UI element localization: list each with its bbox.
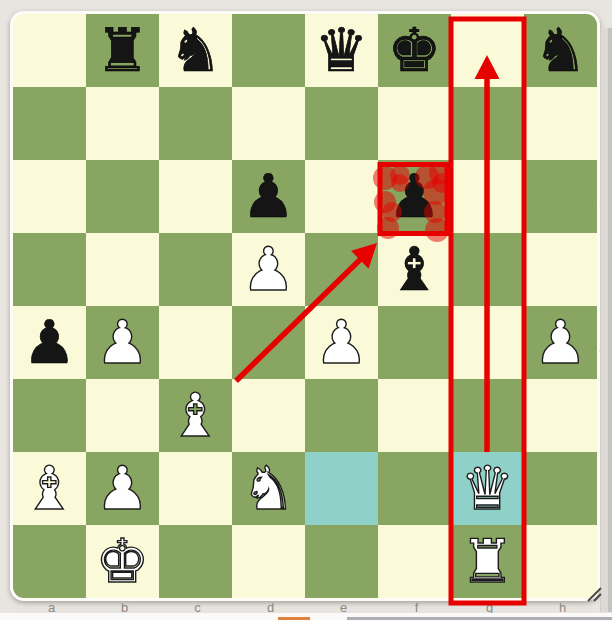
- square-g3[interactable]: [451, 379, 524, 452]
- piece-black-king-f8[interactable]: ♚: [388, 14, 442, 87]
- page: ♜♞♛♚♞♟♟♟♝♟♟♟♟♝♝♟♞♛♚♜ abcdefgh87654321: [0, 0, 612, 620]
- square-g5[interactable]: [451, 233, 524, 306]
- square-d7[interactable]: [232, 87, 305, 160]
- square-h6[interactable]: [524, 160, 597, 233]
- square-b2[interactable]: ♟: [86, 452, 159, 525]
- square-f2[interactable]: [378, 452, 451, 525]
- square-b5[interactable]: [86, 233, 159, 306]
- square-b8[interactable]: ♜: [86, 14, 159, 87]
- square-d8[interactable]: [232, 14, 305, 87]
- square-c7[interactable]: [159, 87, 232, 160]
- square-e3[interactable]: [305, 379, 378, 452]
- scrollbar-track[interactable]: [600, 28, 612, 612]
- piece-white-pawn-e4[interactable]: ♟: [315, 306, 369, 379]
- scrollbar-thumb[interactable]: [608, 28, 612, 612]
- square-h8[interactable]: ♞: [524, 14, 597, 87]
- piece-black-bishop-f5[interactable]: ♝: [388, 233, 442, 306]
- piece-white-king-b1[interactable]: ♚: [96, 525, 150, 598]
- square-b6[interactable]: [86, 160, 159, 233]
- square-f4[interactable]: [378, 306, 451, 379]
- square-g8[interactable]: [451, 14, 524, 87]
- square-f3[interactable]: [378, 379, 451, 452]
- square-f5[interactable]: ♝: [378, 233, 451, 306]
- square-e7[interactable]: [305, 87, 378, 160]
- square-e1[interactable]: [305, 525, 378, 598]
- square-a6[interactable]: [13, 160, 86, 233]
- piece-black-knight-c8[interactable]: ♞: [169, 14, 223, 87]
- square-a5[interactable]: [13, 233, 86, 306]
- square-c8[interactable]: ♞: [159, 14, 232, 87]
- piece-black-rook-b8[interactable]: ♜: [96, 14, 150, 87]
- square-c1[interactable]: [159, 525, 232, 598]
- square-e4[interactable]: ♟: [305, 306, 378, 379]
- square-h2[interactable]: [524, 452, 597, 525]
- square-h1[interactable]: [524, 525, 597, 598]
- piece-black-pawn-f6[interactable]: ♟: [388, 160, 442, 233]
- square-f8[interactable]: ♚: [378, 14, 451, 87]
- piece-white-bishop-a2[interactable]: ♝: [23, 452, 77, 525]
- square-f1[interactable]: [378, 525, 451, 598]
- square-e8[interactable]: ♛: [305, 14, 378, 87]
- square-b1[interactable]: ♚: [86, 525, 159, 598]
- square-c2[interactable]: [159, 452, 232, 525]
- square-a7[interactable]: [13, 87, 86, 160]
- square-d1[interactable]: [232, 525, 305, 598]
- piece-white-pawn-h4[interactable]: ♟: [534, 306, 588, 379]
- square-f7[interactable]: [378, 87, 451, 160]
- square-c6[interactable]: [159, 160, 232, 233]
- square-e6[interactable]: [305, 160, 378, 233]
- square-e2[interactable]: [305, 452, 378, 525]
- chess-board-card: ♜♞♛♚♞♟♟♟♝♟♟♟♟♝♝♟♞♛♚♜: [10, 11, 600, 601]
- piece-black-pawn-a4[interactable]: ♟: [23, 306, 77, 379]
- square-b3[interactable]: [86, 379, 159, 452]
- square-c5[interactable]: [159, 233, 232, 306]
- square-a2[interactable]: ♝: [13, 452, 86, 525]
- square-g2[interactable]: ♛: [451, 452, 524, 525]
- square-a1[interactable]: [13, 525, 86, 598]
- piece-white-rook-g1[interactable]: ♜: [461, 525, 515, 598]
- piece-white-queen-g2[interactable]: ♛: [461, 452, 515, 525]
- square-h3[interactable]: [524, 379, 597, 452]
- square-d3[interactable]: [232, 379, 305, 452]
- piece-black-pawn-d6[interactable]: ♟: [242, 160, 296, 233]
- square-f6[interactable]: ♟: [378, 160, 451, 233]
- piece-black-queen-e8[interactable]: ♛: [315, 14, 369, 87]
- square-d6[interactable]: ♟: [232, 160, 305, 233]
- square-a8[interactable]: [13, 14, 86, 87]
- piece-white-pawn-d5[interactable]: ♟: [242, 233, 296, 306]
- square-e5[interactable]: [305, 233, 378, 306]
- chess-board[interactable]: ♜♞♛♚♞♟♟♟♝♟♟♟♟♝♝♟♞♛♚♜: [13, 14, 597, 598]
- square-c4[interactable]: [159, 306, 232, 379]
- square-h5[interactable]: [524, 233, 597, 306]
- square-h4[interactable]: ♟: [524, 306, 597, 379]
- square-c3[interactable]: ♝: [159, 379, 232, 452]
- square-h7[interactable]: [524, 87, 597, 160]
- square-d4[interactable]: [232, 306, 305, 379]
- square-g1[interactable]: ♜: [451, 525, 524, 598]
- square-g4[interactable]: [451, 306, 524, 379]
- square-g6[interactable]: [451, 160, 524, 233]
- square-b7[interactable]: [86, 87, 159, 160]
- piece-white-bishop-c3[interactable]: ♝: [169, 379, 223, 452]
- piece-black-knight-h8[interactable]: ♞: [534, 14, 588, 87]
- square-a4[interactable]: ♟: [13, 306, 86, 379]
- piece-white-pawn-b2[interactable]: ♟: [96, 452, 150, 525]
- piece-white-knight-d2[interactable]: ♞: [242, 452, 296, 525]
- square-d5[interactable]: ♟: [232, 233, 305, 306]
- square-b4[interactable]: ♟: [86, 306, 159, 379]
- square-a3[interactable]: [13, 379, 86, 452]
- square-d2[interactable]: ♞: [232, 452, 305, 525]
- square-g7[interactable]: [451, 87, 524, 160]
- piece-white-pawn-b4[interactable]: ♟: [96, 306, 150, 379]
